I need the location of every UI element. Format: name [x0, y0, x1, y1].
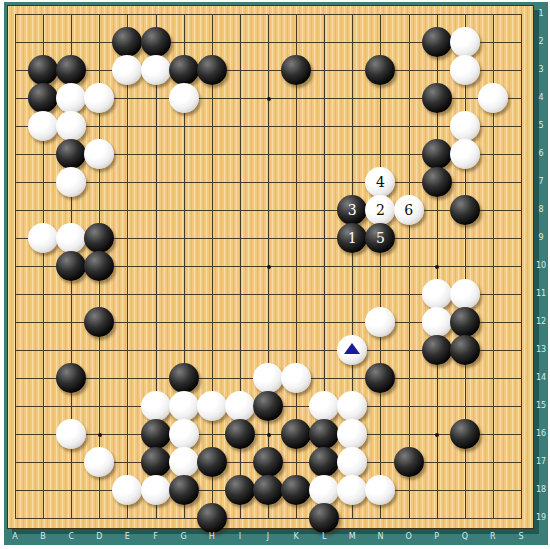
stone-white-O8[interactable]: 6 — [394, 195, 424, 225]
stone-white-G15[interactable] — [169, 391, 199, 421]
stone-white-Q5[interactable] — [450, 111, 480, 141]
move-number-label: 5 — [365, 223, 395, 253]
stone-white-Q2[interactable] — [450, 27, 480, 57]
stone-black-O17[interactable] — [394, 447, 424, 477]
stone-white-Q3[interactable] — [450, 55, 480, 85]
stone-black-P4[interactable] — [422, 83, 452, 113]
stone-black-G3[interactable] — [169, 55, 199, 85]
stone-white-P11[interactable] — [422, 279, 452, 309]
stone-black-G18[interactable] — [169, 475, 199, 505]
stone-black-P13[interactable] — [422, 335, 452, 365]
stone-white-Q11[interactable] — [450, 279, 480, 309]
stone-black-L16[interactable] — [309, 419, 339, 449]
stone-black-K18[interactable] — [281, 475, 311, 505]
stone-black-C10[interactable] — [56, 251, 86, 281]
stone-black-F2[interactable] — [141, 27, 171, 57]
stone-black-Q8[interactable] — [450, 195, 480, 225]
stone-black-P2[interactable] — [422, 27, 452, 57]
stone-black-F17[interactable] — [141, 447, 171, 477]
stone-black-F16[interactable] — [141, 419, 171, 449]
stone-black-L19[interactable] — [309, 503, 339, 533]
stone-black-Q13[interactable] — [450, 335, 480, 365]
stone-black-B4[interactable] — [28, 83, 58, 113]
stone-white-C9[interactable] — [56, 223, 86, 253]
stone-black-L17[interactable] — [309, 447, 339, 477]
stone-black-B3[interactable] — [28, 55, 58, 85]
stone-white-C16[interactable] — [56, 419, 86, 449]
stone-black-C6[interactable] — [56, 139, 86, 169]
stone-white-G4[interactable] — [169, 83, 199, 113]
stone-black-Q16[interactable] — [450, 419, 480, 449]
stone-black-Q12[interactable] — [450, 307, 480, 337]
stone-black-J18[interactable] — [253, 475, 283, 505]
stone-white-L18[interactable] — [309, 475, 339, 505]
stone-white-B5[interactable] — [28, 111, 58, 141]
move-number-label: 4 — [365, 167, 395, 197]
stone-black-J17[interactable] — [253, 447, 283, 477]
stone-black-N9[interactable]: 5 — [365, 223, 395, 253]
stone-white-P12[interactable] — [422, 307, 452, 337]
move-number-label: 2 — [365, 195, 395, 225]
stone-white-H15[interactable] — [197, 391, 227, 421]
stone-black-K16[interactable] — [281, 419, 311, 449]
stone-black-H19[interactable] — [197, 503, 227, 533]
move-number-label: 3 — [337, 195, 367, 225]
stone-white-J14[interactable] — [253, 363, 283, 393]
stone-black-P6[interactable] — [422, 139, 452, 169]
stone-white-R4[interactable] — [478, 83, 508, 113]
stone-black-K3[interactable] — [281, 55, 311, 85]
stone-black-H17[interactable] — [197, 447, 227, 477]
stone-white-Q6[interactable] — [450, 139, 480, 169]
stone-black-H3[interactable] — [197, 55, 227, 85]
triangle-marker-icon — [344, 343, 360, 354]
stone-white-F18[interactable] — [141, 475, 171, 505]
stone-black-G14[interactable] — [169, 363, 199, 393]
stone-white-F3[interactable] — [141, 55, 171, 85]
stone-black-I18[interactable] — [225, 475, 255, 505]
stone-white-L15[interactable] — [309, 391, 339, 421]
stone-white-G17[interactable] — [169, 447, 199, 477]
stone-black-C14[interactable] — [56, 363, 86, 393]
stone-white-C4[interactable] — [56, 83, 86, 113]
stone-white-C5[interactable] — [56, 111, 86, 141]
stone-white-F15[interactable] — [141, 391, 171, 421]
stone-white-K14[interactable] — [281, 363, 311, 393]
stone-black-C3[interactable] — [56, 55, 86, 85]
stone-white-N7[interactable]: 4 — [365, 167, 395, 197]
stone-white-N8[interactable]: 2 — [365, 195, 395, 225]
stone-black-J15[interactable] — [253, 391, 283, 421]
stone-white-G16[interactable] — [169, 419, 199, 449]
stone-white-I15[interactable] — [225, 391, 255, 421]
stone-black-M9[interactable]: 1 — [337, 223, 367, 253]
move-number-label: 1 — [337, 223, 367, 253]
stone-white-B9[interactable] — [28, 223, 58, 253]
stone-black-I16[interactable] — [225, 419, 255, 449]
move-number-label: 6 — [394, 195, 424, 225]
go-game-viewer: 432615ABCDEFGHIJKLMNOPQRS123456789101112… — [0, 0, 550, 549]
stone-white-C7[interactable] — [56, 167, 86, 197]
stone-black-P7[interactable] — [422, 167, 452, 197]
stone-black-M8[interactable]: 3 — [337, 195, 367, 225]
